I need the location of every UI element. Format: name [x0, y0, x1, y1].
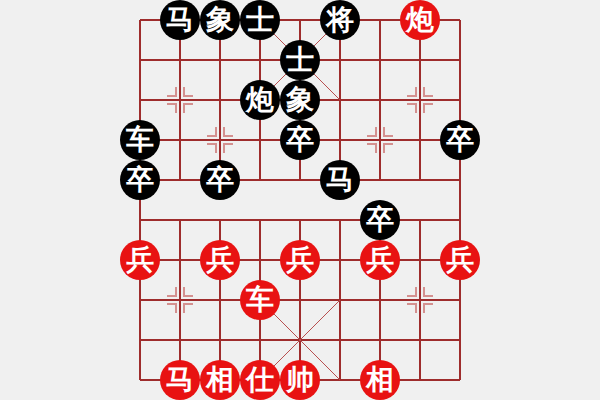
piece-red-advisor[interactable]: 仕 [240, 360, 280, 400]
piece-red-soldier[interactable]: 兵 [120, 240, 160, 280]
piece-black-advisor[interactable]: 士 [280, 40, 320, 80]
xiangqi-pieces-layer: 马象士将炮士炮象车卒卒卒卒马卒兵兵兵兵兵车马相仕帅相 [120, 0, 480, 400]
piece-black-soldier[interactable]: 卒 [280, 120, 320, 160]
piece-red-soldier[interactable]: 兵 [200, 240, 240, 280]
piece-red-elephant[interactable]: 相 [360, 360, 400, 400]
piece-black-horse[interactable]: 马 [320, 160, 360, 200]
piece-red-chariot[interactable]: 车 [240, 280, 280, 320]
piece-black-soldier[interactable]: 卒 [360, 200, 400, 240]
piece-red-soldier[interactable]: 兵 [280, 240, 320, 280]
piece-black-soldier[interactable]: 卒 [200, 160, 240, 200]
piece-red-horse[interactable]: 马 [160, 360, 200, 400]
piece-black-cannon[interactable]: 炮 [240, 80, 280, 120]
piece-black-soldier[interactable]: 卒 [440, 120, 480, 160]
piece-black-advisor[interactable]: 士 [240, 0, 280, 40]
piece-red-cannon[interactable]: 炮 [400, 0, 440, 40]
piece-black-elephant[interactable]: 象 [200, 0, 240, 40]
piece-red-soldier[interactable]: 兵 [360, 240, 400, 280]
piece-black-elephant[interactable]: 象 [280, 80, 320, 120]
piece-black-chariot[interactable]: 车 [120, 120, 160, 160]
piece-black-horse[interactable]: 马 [160, 0, 200, 40]
piece-black-general[interactable]: 将 [320, 0, 360, 40]
piece-red-general[interactable]: 帅 [280, 360, 320, 400]
piece-red-soldier[interactable]: 兵 [440, 240, 480, 280]
piece-black-soldier[interactable]: 卒 [120, 160, 160, 200]
xiangqi-board-screen: 马象士将炮士炮象车卒卒卒卒马卒兵兵兵兵兵车马相仕帅相 [0, 0, 600, 400]
piece-red-elephant[interactable]: 相 [200, 360, 240, 400]
